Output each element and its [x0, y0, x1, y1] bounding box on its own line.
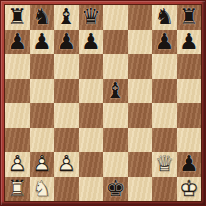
square-b1[interactable]: ♞♘ — [30, 177, 55, 202]
square-g4[interactable] — [152, 103, 177, 128]
square-f2[interactable] — [128, 152, 153, 177]
square-d3[interactable] — [79, 128, 104, 153]
square-c2[interactable]: ♟♙ — [54, 152, 79, 177]
square-e3[interactable] — [103, 128, 128, 153]
square-g8[interactable]: ♞ — [152, 5, 177, 30]
square-h2[interactable]: ♟ — [177, 152, 202, 177]
square-h8[interactable]: ♜ — [177, 5, 202, 30]
square-f8[interactable] — [128, 5, 153, 30]
square-c8[interactable]: ♝ — [54, 5, 79, 30]
square-f4[interactable] — [128, 103, 153, 128]
piece-black-knight: ♞ — [152, 5, 177, 30]
square-d5[interactable] — [79, 79, 104, 104]
square-g5[interactable] — [152, 79, 177, 104]
piece-white-queen-outline: ♕ — [152, 152, 177, 177]
piece-black-bishop: ♝ — [103, 79, 128, 104]
square-d8[interactable]: ♛ — [79, 5, 104, 30]
piece-white-pawn-outline: ♙ — [54, 152, 79, 177]
piece-white-knight: ♞ — [30, 177, 55, 202]
piece-black-knight: ♞ — [30, 5, 55, 30]
square-g2[interactable]: ♛♕ — [152, 152, 177, 177]
square-e5[interactable]: ♝ — [103, 79, 128, 104]
piece-white-pawn: ♟ — [5, 152, 30, 177]
square-e2[interactable] — [103, 152, 128, 177]
square-c5[interactable] — [54, 79, 79, 104]
square-f3[interactable] — [128, 128, 153, 153]
piece-white-pawn: ♟ — [30, 152, 55, 177]
square-a1[interactable]: ♜♖ — [5, 177, 30, 202]
square-b7[interactable]: ♟ — [30, 30, 55, 55]
piece-black-pawn: ♟ — [54, 30, 79, 55]
square-g6[interactable] — [152, 54, 177, 79]
square-a2[interactable]: ♟♙ — [5, 152, 30, 177]
square-d1[interactable] — [79, 177, 104, 202]
piece-black-pawn: ♟ — [5, 30, 30, 55]
square-a6[interactable] — [5, 54, 30, 79]
square-a7[interactable]: ♟ — [5, 30, 30, 55]
square-h4[interactable] — [177, 103, 202, 128]
piece-white-rook-outline: ♖ — [5, 177, 30, 202]
piece-black-pawn: ♟ — [79, 30, 104, 55]
piece-black-king: ♚ — [103, 177, 128, 202]
square-h1[interactable]: ♚♔ — [177, 177, 202, 202]
square-c3[interactable] — [54, 128, 79, 153]
chess-board-frame: ♜♞♝♛♞♜♟♟♟♟♟♟♝♟♙♟♙♟♙♛♕♟♜♖♞♘♚♚♔ — [0, 0, 206, 206]
square-h6[interactable] — [177, 54, 202, 79]
piece-white-pawn-outline: ♙ — [30, 152, 55, 177]
piece-white-pawn-outline: ♙ — [5, 152, 30, 177]
square-g3[interactable] — [152, 128, 177, 153]
piece-black-pawn: ♟ — [177, 152, 202, 177]
square-e7[interactable] — [103, 30, 128, 55]
piece-white-king-outline: ♔ — [177, 177, 202, 202]
piece-white-king: ♚ — [177, 177, 202, 202]
square-c7[interactable]: ♟ — [54, 30, 79, 55]
square-a4[interactable] — [5, 103, 30, 128]
piece-black-pawn: ♟ — [177, 30, 202, 55]
square-h3[interactable] — [177, 128, 202, 153]
piece-black-queen: ♛ — [79, 5, 104, 30]
square-a5[interactable] — [5, 79, 30, 104]
square-e6[interactable] — [103, 54, 128, 79]
square-f1[interactable] — [128, 177, 153, 202]
piece-black-pawn: ♟ — [30, 30, 55, 55]
piece-white-queen: ♛ — [152, 152, 177, 177]
square-a8[interactable]: ♜ — [5, 5, 30, 30]
square-h5[interactable] — [177, 79, 202, 104]
square-h7[interactable]: ♟ — [177, 30, 202, 55]
square-a3[interactable] — [5, 128, 30, 153]
square-b2[interactable]: ♟♙ — [30, 152, 55, 177]
chess-board: ♜♞♝♛♞♜♟♟♟♟♟♟♝♟♙♟♙♟♙♛♕♟♜♖♞♘♚♚♔ — [5, 5, 201, 201]
square-b8[interactable]: ♞ — [30, 5, 55, 30]
piece-white-pawn: ♟ — [54, 152, 79, 177]
square-f7[interactable] — [128, 30, 153, 55]
piece-black-bishop: ♝ — [54, 5, 79, 30]
piece-black-rook: ♜ — [5, 5, 30, 30]
square-b4[interactable] — [30, 103, 55, 128]
square-e1[interactable]: ♚ — [103, 177, 128, 202]
piece-white-knight-outline: ♘ — [30, 177, 55, 202]
square-f6[interactable] — [128, 54, 153, 79]
square-d4[interactable] — [79, 103, 104, 128]
square-b3[interactable] — [30, 128, 55, 153]
square-b6[interactable] — [30, 54, 55, 79]
square-c6[interactable] — [54, 54, 79, 79]
square-e4[interactable] — [103, 103, 128, 128]
square-e8[interactable] — [103, 5, 128, 30]
square-d6[interactable] — [79, 54, 104, 79]
piece-black-pawn: ♟ — [152, 30, 177, 55]
square-d7[interactable]: ♟ — [79, 30, 104, 55]
square-f5[interactable] — [128, 79, 153, 104]
piece-white-rook: ♜ — [5, 177, 30, 202]
square-c1[interactable] — [54, 177, 79, 202]
square-b5[interactable] — [30, 79, 55, 104]
square-g7[interactable]: ♟ — [152, 30, 177, 55]
piece-black-rook: ♜ — [177, 5, 202, 30]
square-c4[interactable] — [54, 103, 79, 128]
square-g1[interactable] — [152, 177, 177, 202]
square-d2[interactable] — [79, 152, 104, 177]
